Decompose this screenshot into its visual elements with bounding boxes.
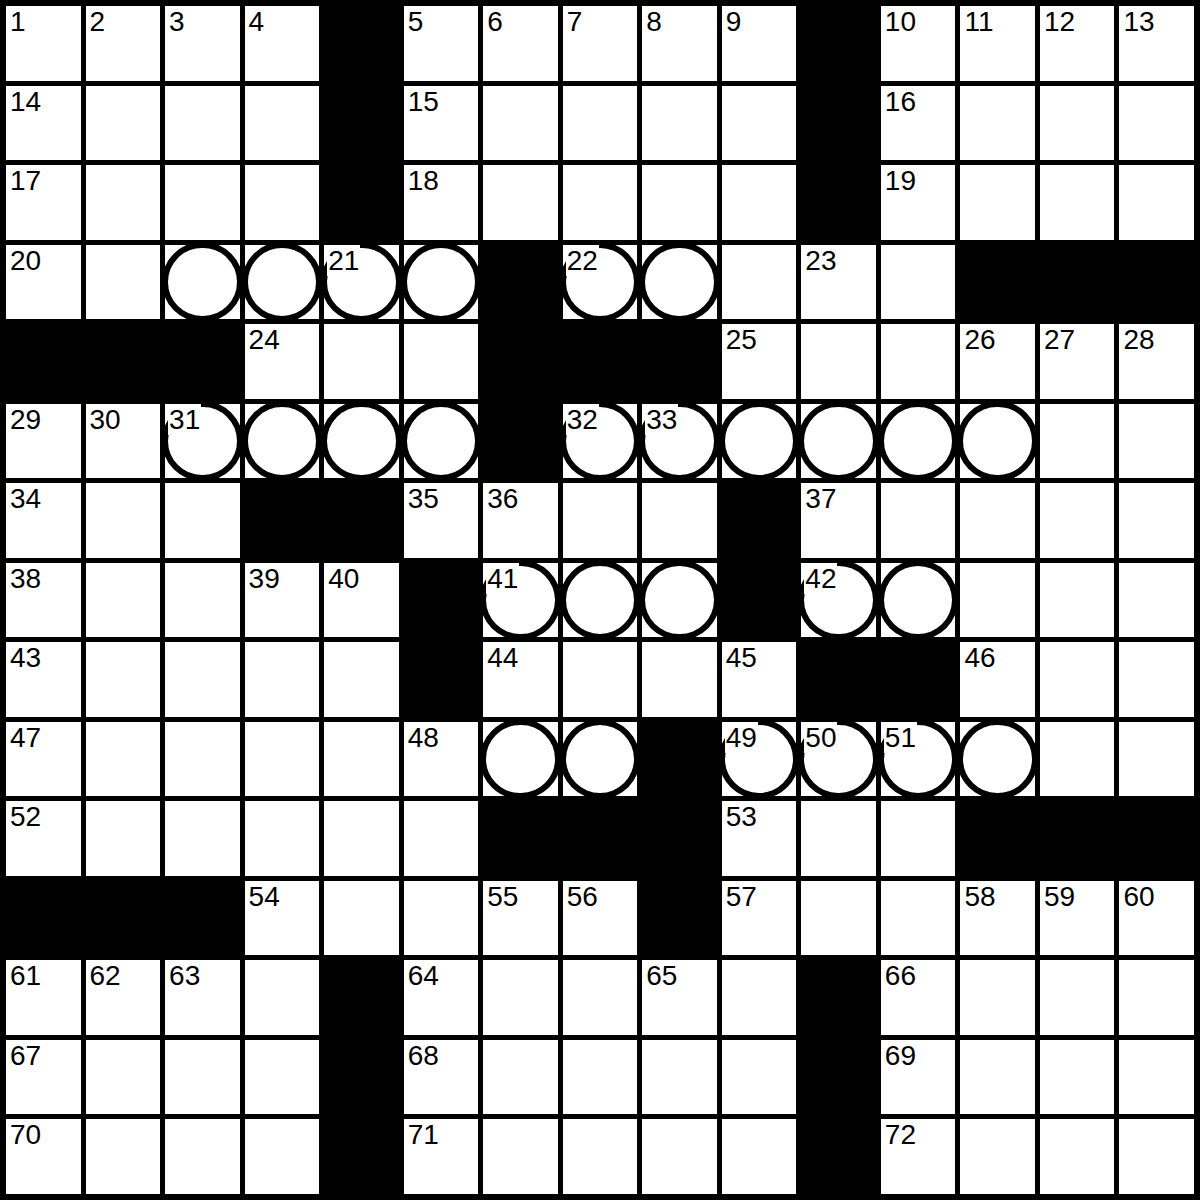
clue-number-40: 40 <box>327 563 360 594</box>
circle-marker <box>560 719 641 800</box>
cell-r12c15[interactable]: 60 <box>1119 881 1194 956</box>
clue-number-71: 71 <box>407 1119 440 1150</box>
cell-r9c13[interactable]: 46 <box>960 642 1035 717</box>
cell-r11c11[interactable] <box>801 801 876 876</box>
cell-r1c13[interactable]: 11 <box>960 6 1035 81</box>
cell-r5c11[interactable] <box>801 324 876 399</box>
clue-number-34: 34 <box>9 483 42 514</box>
cell-r8c3[interactable] <box>165 563 240 638</box>
cell-r10c13[interactable] <box>960 722 1035 797</box>
cell-r6c5[interactable] <box>324 404 399 479</box>
cell-r11c1[interactable]: 52 <box>6 801 81 876</box>
cell-r6c1[interactable]: 29 <box>6 404 81 479</box>
cell-r1c3[interactable]: 3 <box>165 6 240 81</box>
clue-number-8: 8 <box>645 6 663 37</box>
cell-r15c14[interactable] <box>1040 1119 1115 1194</box>
clue-number-53: 53 <box>725 801 758 832</box>
black-cell-r5c8 <box>563 324 638 399</box>
cell-r12c4[interactable]: 54 <box>245 881 320 956</box>
cell-r1c9[interactable]: 8 <box>642 6 717 81</box>
clue-number-7: 7 <box>566 6 584 37</box>
cell-r6c9[interactable]: 33 <box>642 404 717 479</box>
cell-r9c1[interactable]: 43 <box>6 642 81 717</box>
cell-r4c10[interactable] <box>722 245 797 320</box>
clue-number-27: 27 <box>1043 324 1076 355</box>
cell-r14c10[interactable] <box>722 1040 797 1115</box>
clue-number-58: 58 <box>963 881 996 912</box>
clue-number-1: 1 <box>9 6 27 37</box>
cell-r9c15[interactable] <box>1119 642 1194 717</box>
cell-r1c1[interactable]: 1 <box>6 6 81 81</box>
cell-r3c8[interactable] <box>563 165 638 240</box>
cell-r15c10[interactable] <box>722 1119 797 1194</box>
clue-number-45: 45 <box>725 642 758 673</box>
black-cell-r11c7 <box>483 801 558 876</box>
cell-r2c3[interactable] <box>165 86 240 161</box>
cell-r4c6[interactable] <box>404 245 479 320</box>
black-cell-r11c14 <box>1040 801 1115 876</box>
black-cell-r4c7 <box>483 245 558 320</box>
cell-r3c9[interactable] <box>642 165 717 240</box>
circle-marker <box>242 242 323 323</box>
black-cell-r1c11 <box>801 6 876 81</box>
cell-r10c5[interactable] <box>324 722 399 797</box>
clue-number-63: 63 <box>168 960 201 991</box>
clue-number-67: 67 <box>9 1040 42 1071</box>
clue-number-14: 14 <box>9 86 42 117</box>
cell-r15c15[interactable] <box>1119 1119 1194 1194</box>
clue-number-39: 39 <box>248 563 281 594</box>
circle-marker <box>401 401 482 482</box>
cell-r3c14[interactable] <box>1040 165 1115 240</box>
cell-r6c14[interactable] <box>1040 404 1115 479</box>
black-cell-r3c5 <box>324 165 399 240</box>
cell-r12c7[interactable]: 55 <box>483 881 558 956</box>
clue-number-29: 29 <box>9 404 42 435</box>
cell-r7c14[interactable] <box>1040 483 1115 558</box>
clue-number-72: 72 <box>884 1119 917 1150</box>
circle-marker <box>162 242 243 323</box>
cell-r11c10[interactable]: 53 <box>722 801 797 876</box>
cell-r8c15[interactable] <box>1119 563 1194 638</box>
cell-r13c12[interactable]: 66 <box>881 960 956 1035</box>
cell-r6c10[interactable] <box>722 404 797 479</box>
cell-r7c7[interactable]: 36 <box>483 483 558 558</box>
cell-r13c14[interactable] <box>1040 960 1115 1035</box>
cell-r10c2[interactable] <box>86 722 161 797</box>
cell-r9c10[interactable]: 45 <box>722 642 797 717</box>
cell-r12c10[interactable]: 57 <box>722 881 797 956</box>
cell-r15c9[interactable] <box>642 1119 717 1194</box>
clue-number-38: 38 <box>9 563 42 594</box>
cell-r14c7[interactable] <box>483 1040 558 1115</box>
cell-r15c6[interactable]: 71 <box>404 1119 479 1194</box>
cell-r14c13[interactable] <box>960 1040 1035 1115</box>
cell-r8c12[interactable] <box>881 563 956 638</box>
clue-number-52: 52 <box>9 801 42 832</box>
cell-r10c3[interactable] <box>165 722 240 797</box>
cell-r6c8[interactable]: 32 <box>563 404 638 479</box>
cell-r12c14[interactable]: 59 <box>1040 881 1115 956</box>
black-cell-r4c15 <box>1119 245 1194 320</box>
cell-r4c1[interactable]: 20 <box>6 245 81 320</box>
black-cell-r14c11 <box>801 1040 876 1115</box>
clue-number-55: 55 <box>486 881 519 912</box>
cell-r8c8[interactable] <box>563 563 638 638</box>
clue-number-20: 20 <box>9 245 42 276</box>
cell-r14c15[interactable] <box>1119 1040 1194 1115</box>
cell-r7c15[interactable] <box>1119 483 1194 558</box>
cell-r3c7[interactable] <box>483 165 558 240</box>
cell-r14c2[interactable] <box>86 1040 161 1115</box>
cell-r1c4[interactable]: 4 <box>245 6 320 81</box>
cell-r5c12[interactable] <box>881 324 956 399</box>
black-cell-r5c3 <box>165 324 240 399</box>
cell-r6c6[interactable] <box>404 404 479 479</box>
black-cell-r14c5 <box>324 1040 399 1115</box>
clue-number-37: 37 <box>804 483 837 514</box>
circle-marker <box>957 401 1038 482</box>
black-cell-r9c12 <box>881 642 956 717</box>
clue-number-10: 10 <box>884 6 917 37</box>
cell-r14c9[interactable] <box>642 1040 717 1115</box>
cell-r5c13[interactable]: 26 <box>960 324 1035 399</box>
clue-number-16: 16 <box>884 86 917 117</box>
cell-r9c9[interactable] <box>642 642 717 717</box>
clue-number-13: 13 <box>1122 6 1155 37</box>
cell-r8c7[interactable]: 41 <box>483 563 558 638</box>
clue-number-50: 50 <box>804 722 837 753</box>
cell-r10c15[interactable] <box>1119 722 1194 797</box>
cell-r13c9[interactable]: 65 <box>642 960 717 1035</box>
black-cell-r13c5 <box>324 960 399 1035</box>
cell-r7c8[interactable] <box>563 483 638 558</box>
clue-number-56: 56 <box>566 881 599 912</box>
cell-r12c5[interactable] <box>324 881 399 956</box>
cell-r6c4[interactable] <box>245 404 320 479</box>
cell-r2c14[interactable] <box>1040 86 1115 161</box>
black-cell-r7c10 <box>722 483 797 558</box>
cell-r7c6[interactable]: 35 <box>404 483 479 558</box>
cell-r10c10[interactable]: 49 <box>722 722 797 797</box>
clue-number-51: 51 <box>884 722 917 753</box>
black-cell-r12c1 <box>6 881 81 956</box>
cell-r13c8[interactable] <box>563 960 638 1035</box>
clue-number-57: 57 <box>725 881 758 912</box>
clue-number-3: 3 <box>168 6 186 37</box>
cell-r7c11[interactable]: 37 <box>801 483 876 558</box>
clue-number-59: 59 <box>1043 881 1076 912</box>
cell-r6c3[interactable]: 31 <box>165 404 240 479</box>
cell-r11c6[interactable] <box>404 801 479 876</box>
cell-r7c12[interactable] <box>881 483 956 558</box>
clue-number-42: 42 <box>804 563 837 594</box>
cell-r9c5[interactable] <box>324 642 399 717</box>
black-cell-r11c8 <box>563 801 638 876</box>
black-cell-r13c11 <box>801 960 876 1035</box>
cell-r9c7[interactable]: 44 <box>483 642 558 717</box>
clue-number-36: 36 <box>486 483 519 514</box>
cell-r3c1[interactable]: 17 <box>6 165 81 240</box>
black-cell-r11c15 <box>1119 801 1194 876</box>
clue-number-54: 54 <box>248 881 281 912</box>
cell-r2c15[interactable] <box>1119 86 1194 161</box>
cell-r9c2[interactable] <box>86 642 161 717</box>
cell-r14c6[interactable]: 68 <box>404 1040 479 1115</box>
cell-r2c10[interactable] <box>722 86 797 161</box>
cell-r2c9[interactable] <box>642 86 717 161</box>
black-cell-r2c11 <box>801 86 876 161</box>
cell-r6c2[interactable]: 30 <box>86 404 161 479</box>
cell-r4c8[interactable]: 22 <box>563 245 638 320</box>
cell-r2c7[interactable] <box>483 86 558 161</box>
cell-r7c9[interactable] <box>642 483 717 558</box>
cell-r15c2[interactable] <box>86 1119 161 1194</box>
cell-r6c13[interactable] <box>960 404 1035 479</box>
cell-r2c2[interactable] <box>86 86 161 161</box>
cell-r14c14[interactable] <box>1040 1040 1115 1115</box>
cell-r6c12[interactable] <box>881 404 956 479</box>
black-cell-r12c9 <box>642 881 717 956</box>
cell-r1c14[interactable]: 12 <box>1040 6 1115 81</box>
cell-r11c12[interactable] <box>881 801 956 876</box>
cell-r10c4[interactable] <box>245 722 320 797</box>
circle-marker <box>878 401 959 482</box>
cell-r15c7[interactable] <box>483 1119 558 1194</box>
cell-r15c12[interactable]: 72 <box>881 1119 956 1194</box>
cell-r3c10[interactable] <box>722 165 797 240</box>
circle-marker <box>242 401 323 482</box>
black-cell-r5c2 <box>86 324 161 399</box>
black-cell-r5c9 <box>642 324 717 399</box>
cell-r4c12[interactable] <box>881 245 956 320</box>
clue-number-64: 64 <box>407 960 440 991</box>
cell-r4c5[interactable]: 21 <box>324 245 399 320</box>
cell-r1c6[interactable]: 5 <box>404 6 479 81</box>
cell-r8c11[interactable]: 42 <box>801 563 876 638</box>
crossword-board: 1234567891011121314151617181920212223242… <box>0 0 1200 1200</box>
black-cell-r1c5 <box>324 6 399 81</box>
clue-number-5: 5 <box>407 6 425 37</box>
cell-r10c11[interactable]: 50 <box>801 722 876 797</box>
clue-number-65: 65 <box>645 960 678 991</box>
black-cell-r3c11 <box>801 165 876 240</box>
black-cell-r4c14 <box>1040 245 1115 320</box>
cell-r3c15[interactable] <box>1119 165 1194 240</box>
clue-number-2: 2 <box>89 6 107 37</box>
black-cell-r4c13 <box>960 245 1035 320</box>
cell-r14c8[interactable] <box>563 1040 638 1115</box>
cell-r5c15[interactable]: 28 <box>1119 324 1194 399</box>
clue-number-47: 47 <box>9 722 42 753</box>
clue-number-21: 21 <box>327 245 360 276</box>
clue-number-12: 12 <box>1043 6 1076 37</box>
cell-r15c3[interactable] <box>165 1119 240 1194</box>
cell-r13c7[interactable] <box>483 960 558 1035</box>
circle-marker <box>639 560 720 641</box>
cell-r13c1[interactable]: 61 <box>6 960 81 1035</box>
black-cell-r5c1 <box>6 324 81 399</box>
cell-r4c2[interactable] <box>86 245 161 320</box>
cell-r9c14[interactable] <box>1040 642 1115 717</box>
clue-number-70: 70 <box>9 1119 42 1150</box>
cell-r2c1[interactable]: 14 <box>6 86 81 161</box>
cell-r13c6[interactable]: 64 <box>404 960 479 1035</box>
cell-r12c6[interactable] <box>404 881 479 956</box>
cell-r13c2[interactable]: 62 <box>86 960 161 1035</box>
clue-number-22: 22 <box>566 245 599 276</box>
cell-r2c8[interactable] <box>563 86 638 161</box>
cell-r10c1[interactable]: 47 <box>6 722 81 797</box>
clue-number-44: 44 <box>486 642 519 673</box>
clue-number-48: 48 <box>407 722 440 753</box>
cell-r11c4[interactable] <box>245 801 320 876</box>
cell-r8c5[interactable]: 40 <box>324 563 399 638</box>
clue-number-11: 11 <box>963 6 994 37</box>
cell-r3c6[interactable]: 18 <box>404 165 479 240</box>
cell-r10c14[interactable] <box>1040 722 1115 797</box>
cell-r15c8[interactable] <box>563 1119 638 1194</box>
cell-r14c4[interactable] <box>245 1040 320 1115</box>
cell-r4c3[interactable] <box>165 245 240 320</box>
black-cell-r15c11 <box>801 1119 876 1194</box>
clue-number-30: 30 <box>89 404 122 435</box>
black-cell-r9c6 <box>404 642 479 717</box>
cell-r5c14[interactable]: 27 <box>1040 324 1115 399</box>
cell-r8c13[interactable] <box>960 563 1035 638</box>
black-cell-r12c3 <box>165 881 240 956</box>
clue-number-61: 61 <box>9 960 42 991</box>
cell-r3c2[interactable] <box>86 165 161 240</box>
cell-r11c5[interactable] <box>324 801 399 876</box>
clue-number-69: 69 <box>884 1040 917 1071</box>
cell-r8c9[interactable] <box>642 563 717 638</box>
cell-r10c8[interactable] <box>563 722 638 797</box>
black-cell-r6c7 <box>483 404 558 479</box>
clue-number-49: 49 <box>725 722 758 753</box>
cell-r6c11[interactable] <box>801 404 876 479</box>
clue-number-24: 24 <box>248 324 281 355</box>
circle-marker <box>401 242 482 323</box>
cell-r14c1[interactable]: 67 <box>6 1040 81 1115</box>
clue-number-15: 15 <box>407 86 440 117</box>
black-cell-r7c4 <box>245 483 320 558</box>
cell-r3c12[interactable]: 19 <box>881 165 956 240</box>
cell-r10c6[interactable]: 48 <box>404 722 479 797</box>
clue-number-19: 19 <box>884 165 917 196</box>
cell-r13c3[interactable]: 63 <box>165 960 240 1035</box>
cell-r13c10[interactable] <box>722 960 797 1035</box>
cell-r12c11[interactable] <box>801 881 876 956</box>
clue-number-18: 18 <box>407 165 440 196</box>
circle-marker <box>878 560 959 641</box>
cell-r4c11[interactable]: 23 <box>801 245 876 320</box>
clue-number-25: 25 <box>725 324 758 355</box>
black-cell-r11c9 <box>642 801 717 876</box>
cell-r5c6[interactable] <box>404 324 479 399</box>
black-cell-r15c5 <box>324 1119 399 1194</box>
cell-r14c12[interactable]: 69 <box>881 1040 956 1115</box>
clue-number-28: 28 <box>1122 324 1155 355</box>
cell-r15c13[interactable] <box>960 1119 1035 1194</box>
cell-r5c10[interactable]: 25 <box>722 324 797 399</box>
clue-number-6: 6 <box>486 6 504 37</box>
cell-r1c10[interactable]: 9 <box>722 6 797 81</box>
cell-r13c15[interactable] <box>1119 960 1194 1035</box>
cell-r5c4[interactable]: 24 <box>245 324 320 399</box>
cell-r1c7[interactable]: 6 <box>483 6 558 81</box>
cell-r10c12[interactable]: 51 <box>881 722 956 797</box>
clue-number-68: 68 <box>407 1040 440 1071</box>
cell-r2c13[interactable] <box>960 86 1035 161</box>
cell-r2c4[interactable] <box>245 86 320 161</box>
cell-r7c1[interactable]: 34 <box>6 483 81 558</box>
cell-r6c15[interactable] <box>1119 404 1194 479</box>
black-cell-r8c10 <box>722 563 797 638</box>
clue-number-26: 26 <box>963 324 996 355</box>
cell-r4c4[interactable] <box>245 245 320 320</box>
cell-r10c7[interactable] <box>483 722 558 797</box>
cell-r3c3[interactable] <box>165 165 240 240</box>
cell-r1c12[interactable]: 10 <box>881 6 956 81</box>
cell-r7c3[interactable] <box>165 483 240 558</box>
circle-marker <box>798 401 879 482</box>
cell-r15c4[interactable] <box>245 1119 320 1194</box>
cell-r14c3[interactable] <box>165 1040 240 1115</box>
black-cell-r7c5 <box>324 483 399 558</box>
cell-r12c13[interactable]: 58 <box>960 881 1035 956</box>
clue-number-66: 66 <box>884 960 917 991</box>
black-cell-r8c6 <box>404 563 479 638</box>
black-cell-r2c5 <box>324 86 399 161</box>
cell-r12c8[interactable]: 56 <box>563 881 638 956</box>
cell-r9c3[interactable] <box>165 642 240 717</box>
clue-number-33: 33 <box>645 404 678 435</box>
cell-r1c15[interactable]: 13 <box>1119 6 1194 81</box>
cell-r4c9[interactable] <box>642 245 717 320</box>
cell-r15c1[interactable]: 70 <box>6 1119 81 1194</box>
cell-r13c4[interactable] <box>245 960 320 1035</box>
cell-r1c8[interactable]: 7 <box>563 6 638 81</box>
cell-r12c12[interactable] <box>881 881 956 956</box>
clue-number-32: 32 <box>566 404 599 435</box>
cell-r7c13[interactable] <box>960 483 1035 558</box>
cell-r9c8[interactable] <box>563 642 638 717</box>
cell-r8c1[interactable]: 38 <box>6 563 81 638</box>
cell-r8c14[interactable] <box>1040 563 1115 638</box>
clue-number-17: 17 <box>9 165 42 196</box>
cell-r3c13[interactable] <box>960 165 1035 240</box>
cell-r9c4[interactable] <box>245 642 320 717</box>
clue-number-4: 4 <box>248 6 266 37</box>
cell-r11c2[interactable] <box>86 801 161 876</box>
cell-r8c4[interactable]: 39 <box>245 563 320 638</box>
clue-number-35: 35 <box>407 483 440 514</box>
clue-number-41: 41 <box>486 563 519 594</box>
cell-r7c2[interactable] <box>86 483 161 558</box>
cell-r2c12[interactable]: 16 <box>881 86 956 161</box>
cell-r5c5[interactable] <box>324 324 399 399</box>
black-cell-r9c11 <box>801 642 876 717</box>
cell-r2c6[interactable]: 15 <box>404 86 479 161</box>
circle-marker <box>719 401 800 482</box>
cell-r11c3[interactable] <box>165 801 240 876</box>
cell-r13c13[interactable] <box>960 960 1035 1035</box>
cell-r8c2[interactable] <box>86 563 161 638</box>
cell-r1c2[interactable]: 2 <box>86 6 161 81</box>
cell-r3c4[interactable] <box>245 165 320 240</box>
clue-number-9: 9 <box>725 6 743 37</box>
